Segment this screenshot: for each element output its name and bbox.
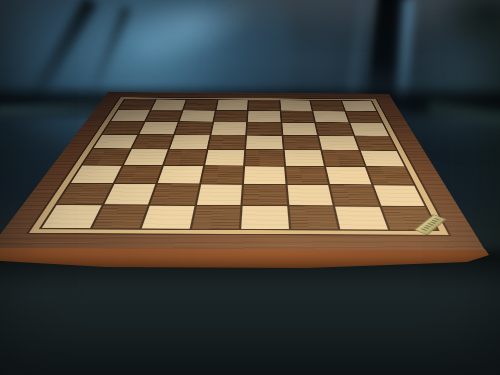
square-h7	[346, 111, 382, 122]
square-d6	[211, 122, 246, 135]
square-e2	[243, 185, 287, 205]
square-g1	[335, 206, 387, 229]
square-b3	[114, 165, 162, 183]
square-f2	[287, 185, 333, 205]
photo-scene	[0, 0, 500, 375]
square-c1	[142, 205, 194, 228]
square-h8	[342, 101, 376, 111]
square-c4	[164, 149, 206, 165]
square-e3	[244, 166, 285, 184]
square-e6	[247, 122, 281, 135]
square-a6	[103, 121, 144, 134]
square-g8	[311, 101, 344, 111]
square-g3	[326, 167, 371, 185]
square-a4	[83, 149, 130, 165]
square-f6	[282, 123, 317, 136]
square-b8	[151, 99, 186, 109]
square-b2	[104, 184, 155, 204]
square-f8	[280, 100, 312, 110]
square-c3	[158, 166, 203, 184]
square-d3	[201, 166, 243, 184]
square-d7	[214, 110, 247, 121]
square-g4	[322, 150, 364, 166]
square-b5	[132, 135, 173, 149]
square-f7	[281, 111, 314, 122]
square-h4	[360, 151, 404, 167]
square-f5	[283, 136, 320, 150]
square-e4	[245, 150, 283, 166]
square-f3	[286, 166, 328, 184]
square-f4	[284, 150, 324, 166]
square-d4	[205, 150, 245, 166]
square-f1	[289, 206, 338, 229]
square-a8	[119, 99, 155, 109]
square-d8	[216, 100, 248, 110]
square-g5	[319, 136, 358, 150]
square-d1	[191, 206, 240, 229]
square-c5	[170, 135, 209, 149]
square-e5	[246, 135, 282, 149]
square-h6	[350, 123, 389, 136]
square-c8	[184, 100, 217, 110]
square-g7	[313, 111, 348, 122]
square-e7	[248, 111, 280, 122]
square-b1	[92, 205, 148, 228]
square-a7	[111, 110, 149, 121]
square-c7	[180, 110, 215, 121]
square-b4	[124, 149, 168, 165]
square-h5	[355, 136, 396, 150]
square-d2	[196, 184, 241, 204]
square-b7	[145, 110, 182, 121]
square-c2	[150, 184, 198, 204]
square-c6	[175, 122, 212, 135]
square-g2	[330, 185, 378, 205]
square-g6	[316, 123, 353, 136]
square-d5	[208, 135, 245, 149]
square-b6	[139, 122, 178, 135]
square-e8	[249, 100, 280, 110]
square-e1	[241, 206, 288, 229]
square-a5	[94, 134, 137, 148]
